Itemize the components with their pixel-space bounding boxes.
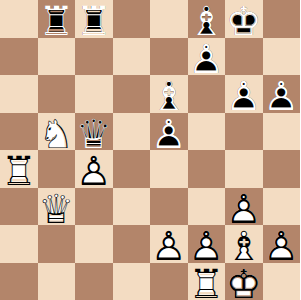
black-pawn-outline-icon: ♙ xyxy=(263,76,299,116)
black-king-outline-icon: ♔ xyxy=(226,1,262,41)
square-h6[interactable]: ♟♙ xyxy=(263,75,301,113)
square-e3[interactable] xyxy=(150,188,188,226)
square-a2[interactable] xyxy=(0,225,38,263)
piece-white-pawn[interactable]: ♟♙ xyxy=(225,188,263,226)
square-a6[interactable] xyxy=(0,75,38,113)
square-f7[interactable]: ♟♙ xyxy=(188,38,226,76)
white-pawn-outline-icon: ♙ xyxy=(263,226,299,266)
piece-black-pawn[interactable]: ♟♙ xyxy=(150,113,188,151)
piece-black-bishop[interactable]: ♝♗ xyxy=(188,0,226,38)
square-g8[interactable]: ♚♔ xyxy=(225,0,263,38)
square-f1[interactable]: ♜♖ xyxy=(188,263,226,300)
square-g4[interactable] xyxy=(225,150,263,188)
piece-white-pawn[interactable]: ♟♙ xyxy=(75,150,113,188)
square-f3[interactable] xyxy=(188,188,226,226)
piece-white-pawn[interactable]: ♟♙ xyxy=(188,225,226,263)
square-h3[interactable] xyxy=(263,188,301,226)
square-a1[interactable] xyxy=(0,263,38,300)
square-e8[interactable] xyxy=(150,0,188,38)
square-d7[interactable] xyxy=(113,38,151,76)
square-d6[interactable] xyxy=(113,75,151,113)
square-g6[interactable]: ♟♙ xyxy=(225,75,263,113)
square-b8[interactable]: ♜♖ xyxy=(38,0,76,38)
piece-white-bishop[interactable]: ♝♗ xyxy=(225,225,263,263)
square-d1[interactable] xyxy=(113,263,151,300)
square-b3[interactable]: ♛♕ xyxy=(38,188,76,226)
piece-white-rook[interactable]: ♜♖ xyxy=(188,263,226,300)
square-d8[interactable] xyxy=(113,0,151,38)
black-pawn-outline-icon: ♙ xyxy=(151,114,187,154)
white-rook-outline-icon: ♖ xyxy=(1,151,37,191)
piece-white-queen[interactable]: ♛♕ xyxy=(38,188,76,226)
square-c5[interactable]: ♛♕ xyxy=(75,113,113,151)
square-e5[interactable]: ♟♙ xyxy=(150,113,188,151)
white-king-outline-icon: ♔ xyxy=(226,264,262,300)
piece-white-pawn[interactable]: ♟♙ xyxy=(150,225,188,263)
square-g3[interactable]: ♟♙ xyxy=(225,188,263,226)
square-c6[interactable] xyxy=(75,75,113,113)
white-pawn-outline-icon: ♙ xyxy=(151,226,187,266)
piece-black-rook[interactable]: ♜♖ xyxy=(38,0,76,38)
square-c1[interactable] xyxy=(75,263,113,300)
square-f4[interactable] xyxy=(188,150,226,188)
square-c4[interactable]: ♟♙ xyxy=(75,150,113,188)
black-pawn-outline-icon: ♙ xyxy=(226,76,262,116)
square-d3[interactable] xyxy=(113,188,151,226)
square-h2[interactable]: ♟♙ xyxy=(263,225,301,263)
white-knight-outline-icon: ♘ xyxy=(38,114,74,154)
black-rook-outline-icon: ♖ xyxy=(38,1,74,41)
white-queen-outline-icon: ♕ xyxy=(38,189,74,229)
square-h7[interactable] xyxy=(263,38,301,76)
black-pawn-outline-icon: ♙ xyxy=(188,39,224,79)
square-h4[interactable] xyxy=(263,150,301,188)
white-pawn-outline-icon: ♙ xyxy=(76,151,112,191)
square-f2[interactable]: ♟♙ xyxy=(188,225,226,263)
piece-white-king[interactable]: ♚♔ xyxy=(225,263,263,300)
piece-black-pawn[interactable]: ♟♙ xyxy=(188,38,226,76)
square-d2[interactable] xyxy=(113,225,151,263)
square-a5[interactable] xyxy=(0,113,38,151)
piece-black-bishop[interactable]: ♝♗ xyxy=(150,75,188,113)
square-e2[interactable]: ♟♙ xyxy=(150,225,188,263)
square-h8[interactable] xyxy=(263,0,301,38)
square-a8[interactable] xyxy=(0,0,38,38)
square-g2[interactable]: ♝♗ xyxy=(225,225,263,263)
square-b1[interactable] xyxy=(38,263,76,300)
square-d5[interactable] xyxy=(113,113,151,151)
chess-board: ♜♖♜♖♝♗♚♔♟♙♝♗♟♙♟♙♞♘♛♕♟♙♜♖♟♙♛♕♟♙♟♙♟♙♝♗♟♙♜♖… xyxy=(0,0,300,300)
white-rook-outline-icon: ♖ xyxy=(188,264,224,300)
piece-white-pawn[interactable]: ♟♙ xyxy=(263,225,301,263)
square-e7[interactable] xyxy=(150,38,188,76)
square-f5[interactable] xyxy=(188,113,226,151)
square-e6[interactable]: ♝♗ xyxy=(150,75,188,113)
square-b6[interactable] xyxy=(38,75,76,113)
piece-white-knight[interactable]: ♞♘ xyxy=(38,113,76,151)
square-b5[interactable]: ♞♘ xyxy=(38,113,76,151)
piece-black-rook[interactable]: ♜♖ xyxy=(75,0,113,38)
piece-black-queen[interactable]: ♛♕ xyxy=(75,113,113,151)
square-d4[interactable] xyxy=(113,150,151,188)
square-g1[interactable]: ♚♔ xyxy=(225,263,263,300)
square-f8[interactable]: ♝♗ xyxy=(188,0,226,38)
square-a4[interactable]: ♜♖ xyxy=(0,150,38,188)
piece-black-pawn[interactable]: ♟♙ xyxy=(263,75,301,113)
black-rook-outline-icon: ♖ xyxy=(76,1,112,41)
square-a7[interactable] xyxy=(0,38,38,76)
piece-black-king[interactable]: ♚♔ xyxy=(225,0,263,38)
piece-black-pawn[interactable]: ♟♙ xyxy=(225,75,263,113)
square-c2[interactable] xyxy=(75,225,113,263)
piece-white-rook[interactable]: ♜♖ xyxy=(0,150,38,188)
square-c8[interactable]: ♜♖ xyxy=(75,0,113,38)
